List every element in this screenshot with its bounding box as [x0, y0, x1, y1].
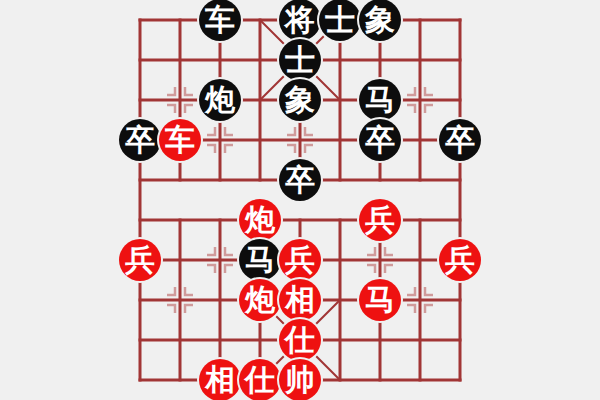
- point-6-7[interactable]: 马: [360, 280, 400, 320]
- piece-black-chariot[interactable]: 车: [199, 0, 241, 41]
- point-0-0[interactable]: [120, 0, 160, 40]
- piece-red-elephant[interactable]: 相: [279, 279, 321, 321]
- piece-red-general[interactable]: 帅: [279, 359, 321, 400]
- piece-black-horse[interactable]: 马: [359, 79, 401, 121]
- point-8-1[interactable]: [440, 40, 480, 80]
- point-3-1[interactable]: [240, 40, 280, 80]
- piece-black-soldier[interactable]: 卒: [279, 159, 321, 201]
- point-4-7[interactable]: 相: [280, 280, 320, 320]
- piece-black-horse[interactable]: 马: [239, 239, 281, 281]
- point-5-2[interactable]: [320, 80, 360, 120]
- xiangqi-board-screen: 车将士象士炮象马卒车卒卒卒炮兵兵马兵兵炮相马仕相仕帅: [0, 0, 600, 400]
- point-6-1[interactable]: [360, 40, 400, 80]
- point-8-6[interactable]: 兵: [440, 240, 480, 280]
- piece-red-soldier[interactable]: 兵: [359, 199, 401, 241]
- piece-black-elephant[interactable]: 象: [359, 0, 401, 41]
- point-5-5[interactable]: [320, 200, 360, 240]
- point-6-9[interactable]: [360, 360, 400, 400]
- point-0-4[interactable]: [120, 160, 160, 200]
- point-5-7[interactable]: [320, 280, 360, 320]
- point-3-0[interactable]: [240, 0, 280, 40]
- point-2-4[interactable]: [200, 160, 240, 200]
- point-7-6[interactable]: [400, 240, 440, 280]
- point-1-9[interactable]: [160, 360, 200, 400]
- point-4-3[interactable]: [280, 120, 320, 160]
- piece-red-cannon[interactable]: 炮: [239, 199, 281, 241]
- point-5-3[interactable]: [320, 120, 360, 160]
- point-3-8[interactable]: [240, 320, 280, 360]
- point-1-6[interactable]: [160, 240, 200, 280]
- point-2-9[interactable]: 相: [200, 360, 240, 400]
- point-7-2[interactable]: [400, 80, 440, 120]
- point-8-8[interactable]: [440, 320, 480, 360]
- point-6-5[interactable]: 兵: [360, 200, 400, 240]
- point-2-1[interactable]: [200, 40, 240, 80]
- point-5-4[interactable]: [320, 160, 360, 200]
- point-6-4[interactable]: [360, 160, 400, 200]
- point-4-4[interactable]: 卒: [280, 160, 320, 200]
- point-7-5[interactable]: [400, 200, 440, 240]
- point-5-8[interactable]: [320, 320, 360, 360]
- point-7-4[interactable]: [400, 160, 440, 200]
- point-1-5[interactable]: [160, 200, 200, 240]
- point-3-7[interactable]: 炮: [240, 280, 280, 320]
- point-0-2[interactable]: [120, 80, 160, 120]
- piece-red-advisor[interactable]: 仕: [239, 359, 281, 400]
- point-6-8[interactable]: [360, 320, 400, 360]
- point-3-9[interactable]: 仕: [240, 360, 280, 400]
- point-6-0[interactable]: 象: [360, 0, 400, 40]
- board: 车将士象士炮象马卒车卒卒卒炮兵兵马兵兵炮相马仕相仕帅: [120, 0, 480, 400]
- point-0-6[interactable]: 兵: [120, 240, 160, 280]
- point-0-1[interactable]: [120, 40, 160, 80]
- point-0-7[interactable]: [120, 280, 160, 320]
- piece-black-advisor[interactable]: 士: [319, 0, 361, 41]
- point-8-9[interactable]: [440, 360, 480, 400]
- piece-red-advisor[interactable]: 仕: [279, 319, 321, 361]
- point-2-8[interactable]: [200, 320, 240, 360]
- point-2-5[interactable]: [200, 200, 240, 240]
- point-2-0[interactable]: 车: [200, 0, 240, 40]
- piece-black-soldier[interactable]: 卒: [359, 119, 401, 161]
- point-4-5[interactable]: [280, 200, 320, 240]
- point-1-7[interactable]: [160, 280, 200, 320]
- piece-red-chariot[interactable]: 车: [159, 119, 201, 161]
- point-3-3[interactable]: [240, 120, 280, 160]
- point-7-7[interactable]: [400, 280, 440, 320]
- point-7-1[interactable]: [400, 40, 440, 80]
- piece-black-elephant[interactable]: 象: [279, 79, 321, 121]
- point-0-5[interactable]: [120, 200, 160, 240]
- point-2-7[interactable]: [200, 280, 240, 320]
- point-1-2[interactable]: [160, 80, 200, 120]
- point-3-5[interactable]: 炮: [240, 200, 280, 240]
- point-5-9[interactable]: [320, 360, 360, 400]
- point-3-6[interactable]: 马: [240, 240, 280, 280]
- point-5-1[interactable]: [320, 40, 360, 80]
- point-5-6[interactable]: [320, 240, 360, 280]
- point-6-6[interactable]: [360, 240, 400, 280]
- point-8-7[interactable]: [440, 280, 480, 320]
- piece-red-soldier[interactable]: 兵: [119, 239, 161, 281]
- point-1-0[interactable]: [160, 0, 200, 40]
- point-4-2[interactable]: 象: [280, 80, 320, 120]
- point-4-1[interactable]: 士: [280, 40, 320, 80]
- point-4-9[interactable]: 帅: [280, 360, 320, 400]
- point-0-9[interactable]: [120, 360, 160, 400]
- point-4-0[interactable]: 将: [280, 0, 320, 40]
- point-4-8[interactable]: 仕: [280, 320, 320, 360]
- point-2-3[interactable]: [200, 120, 240, 160]
- point-3-4[interactable]: [240, 160, 280, 200]
- piece-black-advisor[interactable]: 士: [279, 39, 321, 81]
- point-1-8[interactable]: [160, 320, 200, 360]
- piece-red-horse[interactable]: 马: [359, 279, 401, 321]
- point-1-1[interactable]: [160, 40, 200, 80]
- piece-black-general[interactable]: 将: [279, 0, 321, 41]
- point-6-2[interactable]: 马: [360, 80, 400, 120]
- point-8-0[interactable]: [440, 0, 480, 40]
- point-6-3[interactable]: 卒: [360, 120, 400, 160]
- piece-black-soldier[interactable]: 卒: [439, 119, 481, 161]
- point-8-5[interactable]: [440, 200, 480, 240]
- piece-red-cannon[interactable]: 炮: [239, 279, 281, 321]
- point-3-2[interactable]: [240, 80, 280, 120]
- point-7-3[interactable]: [400, 120, 440, 160]
- point-8-3[interactable]: 卒: [440, 120, 480, 160]
- piece-red-elephant[interactable]: 相: [199, 359, 241, 400]
- point-7-9[interactable]: [400, 360, 440, 400]
- piece-black-soldier[interactable]: 卒: [119, 119, 161, 161]
- point-7-8[interactable]: [400, 320, 440, 360]
- point-2-2[interactable]: 炮: [200, 80, 240, 120]
- point-0-8[interactable]: [120, 320, 160, 360]
- point-1-3[interactable]: 车: [160, 120, 200, 160]
- point-8-2[interactable]: [440, 80, 480, 120]
- point-2-6[interactable]: [200, 240, 240, 280]
- piece-red-soldier[interactable]: 兵: [439, 239, 481, 281]
- point-1-4[interactable]: [160, 160, 200, 200]
- point-7-0[interactable]: [400, 0, 440, 40]
- point-0-3[interactable]: 卒: [120, 120, 160, 160]
- point-4-6[interactable]: 兵: [280, 240, 320, 280]
- piece-black-cannon[interactable]: 炮: [199, 79, 241, 121]
- point-5-0[interactable]: 士: [320, 0, 360, 40]
- piece-red-soldier[interactable]: 兵: [279, 239, 321, 281]
- point-8-4[interactable]: [440, 160, 480, 200]
